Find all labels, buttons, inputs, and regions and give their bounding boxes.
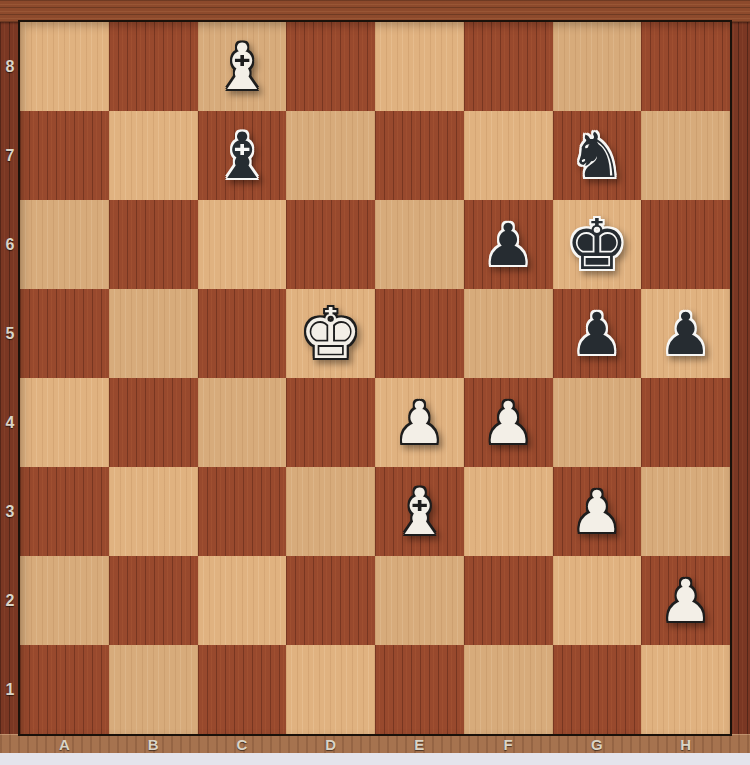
square-h6[interactable]	[641, 200, 730, 289]
square-f3[interactable]	[464, 467, 553, 556]
square-b5[interactable]	[109, 289, 198, 378]
file-label-b: B	[138, 736, 168, 753]
rank-label-3: 3	[0, 503, 20, 521]
piece-white-pawn-h2[interactable]: ♟	[641, 556, 730, 645]
square-f5[interactable]	[464, 289, 553, 378]
file-label-e: E	[404, 736, 434, 753]
square-g4[interactable]	[553, 378, 642, 467]
square-a7[interactable]	[20, 111, 109, 200]
rank-label-1: 1	[0, 681, 20, 699]
square-c3[interactable]	[198, 467, 287, 556]
piece-white-pawn-g3[interactable]: ♟	[553, 467, 642, 556]
square-b8[interactable]	[109, 22, 198, 111]
square-a1[interactable]	[20, 645, 109, 734]
square-a5[interactable]	[20, 289, 109, 378]
file-label-a: A	[49, 736, 79, 753]
square-a6[interactable]	[20, 200, 109, 289]
file-label-g: G	[582, 736, 612, 753]
file-label-h: H	[671, 736, 701, 753]
square-h8[interactable]	[641, 22, 730, 111]
square-f8[interactable]	[464, 22, 553, 111]
square-h1[interactable]	[641, 645, 730, 734]
square-d1[interactable]	[286, 645, 375, 734]
file-label-f: F	[493, 736, 523, 753]
file-label-d: D	[316, 736, 346, 753]
piece-black-king-g6[interactable]: ♚	[553, 200, 642, 289]
square-c6[interactable]	[198, 200, 287, 289]
square-c2[interactable]	[198, 556, 287, 645]
board-frame-top	[0, 0, 750, 22]
piece-white-pawn-f4[interactable]: ♟	[464, 378, 553, 467]
square-d4[interactable]	[286, 378, 375, 467]
square-c4[interactable]	[198, 378, 287, 467]
square-d3[interactable]	[286, 467, 375, 556]
square-d7[interactable]	[286, 111, 375, 200]
piece-white-pawn-e4[interactable]: ♟	[375, 378, 464, 467]
square-b2[interactable]	[109, 556, 198, 645]
square-g8[interactable]	[553, 22, 642, 111]
rank-label-5: 5	[0, 325, 20, 343]
square-e7[interactable]	[375, 111, 464, 200]
piece-white-bishop-c8[interactable]: ♝	[198, 22, 287, 111]
square-f1[interactable]	[464, 645, 553, 734]
square-b7[interactable]	[109, 111, 198, 200]
rank-label-2: 2	[0, 592, 20, 610]
square-d2[interactable]	[286, 556, 375, 645]
square-h4[interactable]	[641, 378, 730, 467]
file-label-c: C	[227, 736, 257, 753]
square-g1[interactable]	[553, 645, 642, 734]
piece-black-pawn-f6[interactable]: ♟	[464, 200, 553, 289]
rank-label-8: 8	[0, 58, 20, 76]
square-a4[interactable]	[20, 378, 109, 467]
square-g2[interactable]	[553, 556, 642, 645]
square-c1[interactable]	[198, 645, 287, 734]
page-background-strip	[0, 753, 750, 765]
square-f7[interactable]	[464, 111, 553, 200]
board-frame-bottom	[0, 734, 750, 753]
square-e2[interactable]	[375, 556, 464, 645]
square-a2[interactable]	[20, 556, 109, 645]
rank-label-4: 4	[0, 414, 20, 432]
square-b3[interactable]	[109, 467, 198, 556]
rank-label-6: 6	[0, 236, 20, 254]
square-e1[interactable]	[375, 645, 464, 734]
piece-black-pawn-g5[interactable]: ♟	[553, 289, 642, 378]
square-a3[interactable]	[20, 467, 109, 556]
square-b6[interactable]	[109, 200, 198, 289]
square-d8[interactable]	[286, 22, 375, 111]
piece-white-king-d5[interactable]: ♚	[286, 289, 375, 378]
square-h7[interactable]	[641, 111, 730, 200]
piece-white-bishop-e3[interactable]: ♝	[375, 467, 464, 556]
square-e8[interactable]	[375, 22, 464, 111]
square-f2[interactable]	[464, 556, 553, 645]
piece-black-bishop-c7[interactable]: ♝	[198, 111, 287, 200]
piece-black-knight-g7[interactable]: ♞	[553, 111, 642, 200]
square-b4[interactable]	[109, 378, 198, 467]
square-h3[interactable]	[641, 467, 730, 556]
rank-label-7: 7	[0, 147, 20, 165]
chess-app: ♝♝♞♟♚♚♟♟♟♟♝♟♟ 87654321ABCDEFGH	[0, 0, 750, 765]
square-e6[interactable]	[375, 200, 464, 289]
piece-black-pawn-h5[interactable]: ♟	[641, 289, 730, 378]
square-b1[interactable]	[109, 645, 198, 734]
square-c5[interactable]	[198, 289, 287, 378]
square-d6[interactable]	[286, 200, 375, 289]
square-e5[interactable]	[375, 289, 464, 378]
square-a8[interactable]	[20, 22, 109, 111]
